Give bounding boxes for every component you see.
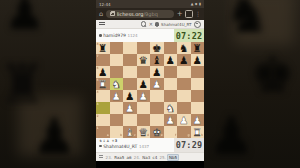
square-d8[interactable] xyxy=(137,42,151,54)
rank-coordinate: 5 xyxy=(97,79,99,82)
file-coordinate: g xyxy=(188,134,190,137)
user-avatar-icon[interactable] xyxy=(194,21,201,28)
square-g6[interactable] xyxy=(177,66,191,78)
blurred-background-left: ♟ ♜ ♟ xyxy=(0,0,96,168)
challenge-icon[interactable]: ✕ xyxy=(149,22,153,27)
square-a1[interactable]: 1a xyxy=(96,126,110,138)
piece-black-pawn[interactable]: ♟ xyxy=(193,55,202,66)
piece-black-pawn[interactable]: ♟ xyxy=(125,91,134,102)
piece-black-rook[interactable]: ♜ xyxy=(193,43,202,54)
square-d1[interactable]: d♛ xyxy=(137,126,151,138)
top-player-bar: hamid979 1124 07:22 xyxy=(96,29,204,42)
piece-white-pawn[interactable]: ♟ xyxy=(166,115,175,126)
square-d4[interactable]: ♟ xyxy=(137,90,151,102)
square-d2[interactable] xyxy=(137,114,151,126)
square-c4[interactable]: ♟ xyxy=(123,90,137,102)
square-b8[interactable] xyxy=(110,42,124,54)
piece-white-pawn[interactable]: ♟ xyxy=(152,79,161,90)
signal-icon: ▲ xyxy=(191,2,194,6)
square-f4[interactable] xyxy=(164,90,178,102)
piece-black-pawn[interactable]: ♟ xyxy=(179,55,188,66)
battery-icon: ▮ xyxy=(199,2,201,6)
top-clock: 07:22 xyxy=(174,29,204,42)
url-bar[interactable]: lichess.org/9gbq xyxy=(106,10,174,18)
square-c2[interactable] xyxy=(123,114,137,126)
square-g3[interactable] xyxy=(177,102,191,114)
square-b3[interactable] xyxy=(110,102,124,114)
piece-white-knight[interactable]: ♞ xyxy=(166,103,175,114)
move-token[interactable]: 23. xyxy=(105,155,113,160)
square-e7[interactable]: ♝ xyxy=(150,54,164,66)
square-e5[interactable]: ♟ xyxy=(150,78,164,90)
square-e3[interactable] xyxy=(150,102,164,114)
blurred-pawn-icon: ♟ xyxy=(32,112,77,162)
rank-coordinate: 8 xyxy=(97,43,99,46)
blurred-pawn-icon: ♟ xyxy=(208,110,255,162)
top-player-rating: 1124 xyxy=(127,33,137,38)
blurred-background-right: ♞ ♚ ♟ xyxy=(204,0,300,168)
rank-coordinate: 1 xyxy=(97,127,99,130)
online-status-dot xyxy=(99,34,102,37)
square-e1[interactable]: e♚ xyxy=(150,126,164,138)
square-f8[interactable] xyxy=(164,42,178,54)
piece-black-pawn[interactable]: ♟ xyxy=(98,67,107,78)
online-status-dot xyxy=(99,145,102,148)
site-header: ✕ Shahmat4U_RT xyxy=(96,20,204,29)
bottom-black-bar xyxy=(96,161,204,168)
square-e8[interactable]: ♚ xyxy=(150,42,164,54)
material-advantage: +3 xyxy=(111,139,117,143)
square-f5[interactable] xyxy=(164,78,178,90)
square-c6[interactable] xyxy=(123,66,137,78)
square-h5[interactable] xyxy=(191,78,205,90)
url-text: lichess.org/9gbq xyxy=(117,11,158,17)
piece-black-rook[interactable]: ♜ xyxy=(98,43,107,54)
square-d7[interactable]: ♛ xyxy=(137,54,151,66)
piece-black-king[interactable]: ♚ xyxy=(152,43,161,54)
file-coordinate: d xyxy=(147,134,149,137)
square-b6[interactable] xyxy=(110,66,124,78)
phone-screen: 12:44 ▲ ◆ ▮ ⌂ lichess.org/9gbq + ⋮ ✕ Sha… xyxy=(96,0,204,168)
square-d3[interactable] xyxy=(137,102,151,114)
piece-black-knight[interactable]: ♞ xyxy=(179,43,188,54)
piece-white-rook[interactable]: ♜ xyxy=(98,79,107,90)
square-h7[interactable]: ♟ xyxy=(191,54,205,66)
square-c8[interactable] xyxy=(123,42,137,54)
square-g2[interactable]: ♟ xyxy=(177,114,191,126)
screenshot-stage: ♟ ♜ ♟ ♞ ♚ ♟ 12:44 ▲ ◆ ▮ ⌂ lichess.org/9g… xyxy=(0,0,300,168)
square-a5[interactable]: 5♜ xyxy=(96,78,110,90)
bottom-player-bar: ♞♝♟ +3 Shahmat4U_RT 1437 07:29 xyxy=(96,138,204,152)
square-g1[interactable]: g xyxy=(177,126,191,138)
file-coordinate: f xyxy=(175,134,176,137)
piece-black-queen[interactable]: ♛ xyxy=(139,55,148,66)
square-a6[interactable]: 6♟ xyxy=(96,66,110,78)
square-c5[interactable] xyxy=(123,78,137,90)
rank-coordinate: 7 xyxy=(97,55,99,58)
square-g4[interactable] xyxy=(177,90,191,102)
square-a4[interactable]: 4 xyxy=(96,90,110,102)
square-e4[interactable] xyxy=(150,90,164,102)
bottom-player-name[interactable]: Shahmat4U_RT xyxy=(103,144,137,149)
square-g8[interactable]: ♞ xyxy=(177,42,191,54)
square-a8[interactable]: 8♜ xyxy=(96,42,110,54)
square-b4[interactable]: ♟ xyxy=(110,90,124,102)
status-bar: 12:44 ▲ ◆ ▮ xyxy=(96,0,204,8)
square-d5[interactable]: ♟ xyxy=(137,78,151,90)
blurred-pawn-icon: ♟ xyxy=(4,0,45,36)
move-list: 23.Rxa5a624.Na3c425.Nb5 xyxy=(105,154,179,161)
square-h8[interactable]: ♜ xyxy=(191,42,205,54)
hamburger-menu-icon[interactable] xyxy=(99,22,105,27)
move-list-icon[interactable] xyxy=(99,155,104,160)
move-token[interactable]: Nb5 xyxy=(167,154,178,161)
blurred-knight-icon: ♞ xyxy=(224,0,271,40)
file-coordinate: e xyxy=(161,134,163,137)
header-username[interactable]: Shahmat4U_RT xyxy=(161,22,191,27)
piece-white-pawn[interactable]: ♟ xyxy=(139,91,148,102)
tabs-icon[interactable] xyxy=(185,10,193,18)
square-h4[interactable] xyxy=(191,90,205,102)
square-c3[interactable]: ♟ xyxy=(123,102,137,114)
square-f7[interactable]: ♟ xyxy=(164,54,178,66)
file-coordinate: b xyxy=(120,134,122,137)
square-h2[interactable]: ♟ xyxy=(191,114,205,126)
square-e6[interactable]: ♟ xyxy=(150,66,164,78)
piece-black-pawn[interactable]: ♟ xyxy=(139,79,148,90)
blurred-king-icon: ♚ xyxy=(250,50,295,100)
piece-black-bishop[interactable]: ♝ xyxy=(152,55,161,66)
browser-bar: ⌂ lichess.org/9gbq + ⋮ xyxy=(96,8,204,20)
piece-white-knight[interactable]: ♞ xyxy=(112,79,121,90)
file-coordinate: c xyxy=(134,134,136,137)
square-a3[interactable]: 3 xyxy=(96,102,110,114)
bottom-player-rating: 1437 xyxy=(139,144,149,149)
square-b5[interactable]: ♞ xyxy=(110,78,124,90)
piece-black-pawn[interactable]: ♟ xyxy=(166,55,175,66)
top-player-name[interactable]: hamid979 xyxy=(103,33,126,38)
move-token[interactable]: a6 xyxy=(126,155,132,160)
captured-pieces: ♞♝♟ +3 xyxy=(99,139,118,143)
rank-coordinate: 6 xyxy=(97,67,99,70)
piece-white-pawn[interactable]: ♟ xyxy=(112,91,121,102)
wifi-icon: ◆ xyxy=(195,2,198,6)
square-c7[interactable] xyxy=(123,54,137,66)
browser-menu-icon[interactable]: ⋮ xyxy=(195,11,201,17)
square-b1[interactable]: b xyxy=(110,126,124,138)
rank-coordinate: 4 xyxy=(97,91,99,94)
square-f2[interactable]: ♟ xyxy=(164,114,178,126)
square-f1[interactable]: f xyxy=(164,126,178,138)
square-h3[interactable] xyxy=(191,102,205,114)
move-strip: 23.Rxa5a624.Na3c425.Nb5 xyxy=(96,152,204,161)
square-g7[interactable]: ♟ xyxy=(177,54,191,66)
square-c1[interactable]: c♝ xyxy=(123,126,137,138)
status-time: 12:44 xyxy=(99,2,111,7)
square-b2[interactable] xyxy=(110,114,124,126)
square-e2[interactable] xyxy=(150,114,164,126)
piece-white-pawn[interactable]: ♟ xyxy=(125,103,134,114)
square-d6[interactable] xyxy=(137,66,151,78)
square-b7[interactable] xyxy=(110,54,124,66)
lock-icon xyxy=(110,12,115,17)
home-icon[interactable]: ⌂ xyxy=(99,11,103,18)
file-coordinate: h xyxy=(201,134,203,137)
move-token[interactable]: 25. xyxy=(159,155,167,160)
square-f3[interactable]: ♞ xyxy=(164,102,178,114)
square-f6[interactable] xyxy=(164,66,178,78)
notification-bell-icon[interactable] xyxy=(155,22,158,26)
blurred-rook-icon: ♜ xyxy=(0,58,46,112)
move-token[interactable]: Na3 xyxy=(142,155,151,160)
piece-white-pawn[interactable]: ♟ xyxy=(179,115,188,126)
file-coordinate: a xyxy=(107,134,109,137)
move-token[interactable]: c4 xyxy=(152,155,158,160)
move-token[interactable]: 24. xyxy=(133,155,141,160)
bottom-clock: 07:29 xyxy=(174,138,204,152)
square-h1[interactable]: h♜ xyxy=(191,126,205,138)
url-suffix: /9gbq xyxy=(143,11,157,17)
search-icon[interactable] xyxy=(141,21,146,26)
new-tab-icon[interactable]: + xyxy=(177,11,183,18)
square-a2[interactable]: 2 xyxy=(96,114,110,126)
piece-white-pawn[interactable]: ♟ xyxy=(193,115,202,126)
rank-coordinate: 3 xyxy=(97,103,99,106)
square-g5[interactable] xyxy=(177,78,191,90)
piece-black-pawn[interactable]: ♟ xyxy=(152,67,161,78)
square-h6[interactable] xyxy=(191,66,205,78)
chess-board: 8♜♚♞♜7♛♝♟♟♟6♟♟5♜♞♟♟4♟♟♟3♟♞2♟♟♟1abc♝d♛e♚f… xyxy=(96,42,204,138)
square-a7[interactable]: 7 xyxy=(96,54,110,66)
move-token[interactable]: Rxa5 xyxy=(114,155,125,160)
rank-coordinate: 2 xyxy=(97,115,99,118)
